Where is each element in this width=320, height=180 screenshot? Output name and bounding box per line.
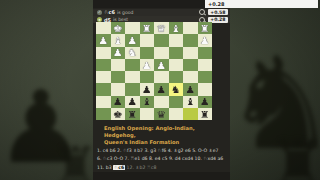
black-pawn-piece[interactable]: ♟	[127, 97, 137, 107]
white-queen-piece[interactable]: ♛	[156, 23, 166, 33]
square[interactable]: ♞	[125, 47, 140, 59]
square[interactable]	[96, 47, 111, 59]
square[interactable]: ♟	[125, 96, 140, 108]
move-list-line: 6. ♘c3 O-O 7. ♖e1 d6 8. e4 c5 9. d4 cxd4…	[97, 155, 227, 163]
check-circle-icon: ✓	[97, 10, 102, 15]
square[interactable]: ♜	[198, 108, 213, 120]
opening-line-2: Queen's Indian Formation	[104, 139, 226, 146]
square[interactable]	[140, 108, 155, 120]
white-pawn-piece[interactable]: ♟	[113, 48, 123, 58]
square[interactable]: ♚	[111, 108, 126, 120]
square[interactable]	[183, 34, 198, 46]
square[interactable]	[96, 22, 111, 34]
black-pawn-piece[interactable]: ♟	[156, 85, 166, 95]
opening-line-1: English Opening: Anglo-Indian, Hedgehog,	[104, 125, 226, 139]
square[interactable]	[125, 22, 140, 34]
eval-badge: +0.58	[208, 9, 228, 15]
current-move-highlight[interactable]: ♘c6	[113, 165, 125, 170]
square[interactable]: ♜	[140, 22, 155, 34]
square[interactable]: ♛	[154, 22, 169, 34]
square[interactable]	[140, 47, 155, 59]
video-frame: ♟ ♞ ♜ ♜ +0.28 ✓ ♘c6 is good +0.58 ★ d5 i…	[0, 0, 320, 180]
square[interactable]	[111, 83, 126, 95]
chess-board[interactable]: ♚♜♛♝♜♟♝♟♟♟♞♟♟♟♟♞♟♟♟♝♝♟♚♜♛♜	[96, 22, 212, 120]
move-list[interactable]: 1. c4 b6 2. ♘f3 ♗b7 3. g3 ♘f6 4. ♗g2 e6 …	[97, 147, 227, 172]
square[interactable]	[96, 71, 111, 83]
black-pawn-piece[interactable]: ♟	[200, 97, 210, 107]
square[interactable]	[183, 47, 198, 59]
evaluation-value: +0.28	[208, 1, 225, 7]
square[interactable]	[154, 47, 169, 59]
white-rook-piece[interactable]: ♜	[142, 23, 152, 33]
square[interactable]: ♝	[140, 96, 155, 108]
opening-name: English Opening: Anglo-Indian, Hedgehog,…	[104, 125, 226, 146]
square[interactable]: ♟	[125, 34, 140, 46]
black-pawn-piece[interactable]: ♟	[113, 97, 123, 107]
white-pawn-piece[interactable]: ♟	[127, 36, 137, 46]
square[interactable]	[154, 34, 169, 46]
white-pawn-piece[interactable]: ♟	[98, 36, 108, 46]
square[interactable]	[183, 22, 198, 34]
white-rook-piece[interactable]: ♜	[200, 23, 210, 33]
white-knight-piece[interactable]: ♞	[127, 48, 137, 58]
square[interactable]: ♟	[183, 83, 198, 95]
square[interactable]	[169, 59, 184, 71]
move-list-line: 1. c4 b6 2. ♘f3 ♗b7 3. g3 ♘f6 4. ♗g2 e6 …	[97, 147, 227, 155]
square[interactable]: ♞	[169, 83, 184, 95]
black-queen-piece[interactable]: ♛	[156, 109, 166, 119]
suggestion-row-good[interactable]: ✓ ♘c6 is good +0.58	[93, 9, 230, 16]
evaluation-bar: +0.28	[93, 0, 318, 8]
magnifier-icon[interactable]	[199, 9, 205, 15]
white-pawn-piece[interactable]: ♟	[156, 60, 166, 70]
square[interactable]	[96, 108, 111, 120]
square[interactable]	[125, 59, 140, 71]
suggestion-move: ♘c6	[104, 9, 115, 15]
square[interactable]	[198, 47, 213, 59]
square[interactable]: ♛	[154, 108, 169, 120]
square[interactable]: ♟	[140, 83, 155, 95]
white-pawn-piece[interactable]: ♟	[200, 36, 210, 46]
square[interactable]: ♟	[198, 34, 213, 46]
square[interactable]: ♜	[198, 22, 213, 34]
square[interactable]	[96, 83, 111, 95]
square[interactable]	[183, 108, 198, 120]
square[interactable]	[198, 59, 213, 71]
square[interactable]	[183, 71, 198, 83]
square[interactable]: ♟	[140, 59, 155, 71]
square[interactable]	[96, 59, 111, 71]
square[interactable]	[169, 108, 184, 120]
bottom-strip	[93, 172, 230, 180]
black-king-piece[interactable]: ♚	[113, 109, 123, 119]
square[interactable]: ♝	[169, 22, 184, 34]
suggestion-label: is good	[117, 10, 199, 15]
black-pawn-piece[interactable]: ♟	[185, 85, 195, 95]
square[interactable]: ♝	[183, 96, 198, 108]
square[interactable]	[154, 96, 169, 108]
black-knight-piece[interactable]: ♞	[171, 85, 181, 95]
white-bishop-piece[interactable]: ♝	[171, 23, 181, 33]
square[interactable]: ♟	[96, 34, 111, 46]
square[interactable]	[96, 96, 111, 108]
square[interactable]: ♟	[111, 47, 126, 59]
square[interactable]	[125, 83, 140, 95]
square[interactable]	[169, 96, 184, 108]
square[interactable]	[154, 71, 169, 83]
square[interactable]: ♟	[198, 96, 213, 108]
white-king-piece[interactable]: ♚	[113, 23, 123, 33]
evaluation-bar-white-fill: +0.28	[205, 0, 318, 8]
square[interactable]: ♜	[125, 108, 140, 120]
square[interactable]: ♚	[111, 22, 126, 34]
square[interactable]	[198, 71, 213, 83]
square[interactable]	[169, 47, 184, 59]
square[interactable]	[111, 71, 126, 83]
square[interactable]: ♟	[111, 96, 126, 108]
square[interactable]: ♟	[154, 83, 169, 95]
black-bishop-piece[interactable]: ♝	[185, 97, 195, 107]
square[interactable]	[198, 83, 213, 95]
black-pawn-piece[interactable]: ♟	[142, 85, 152, 95]
square[interactable]	[140, 34, 155, 46]
black-bishop-piece[interactable]: ♝	[142, 97, 152, 107]
black-rook-piece[interactable]: ♜	[200, 109, 210, 119]
move-list-line: 11. b3 ♘c6 12. ♗b2 ♖c8	[97, 164, 227, 172]
white-bishop-piece[interactable]: ♝	[113, 36, 123, 46]
square[interactable]	[169, 71, 184, 83]
move-token: 11. b3	[97, 165, 112, 170]
square[interactable]	[125, 71, 140, 83]
white-pawn-piece[interactable]: ♟	[142, 60, 152, 70]
square[interactable]	[169, 34, 184, 46]
square[interactable]	[183, 59, 198, 71]
square[interactable]: ♝	[111, 34, 126, 46]
square[interactable]	[111, 59, 126, 71]
black-rook-piece[interactable]: ♜	[127, 109, 137, 119]
square[interactable]	[140, 71, 155, 83]
move-token: 12. ♗b2 ♖c8	[127, 165, 157, 170]
square[interactable]: ♟	[154, 59, 169, 71]
